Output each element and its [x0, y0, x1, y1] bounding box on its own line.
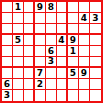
sudoku-cell-r4c9[interactable] — [90, 35, 101, 46]
sudoku-cell-r3c1[interactable] — [2, 24, 13, 35]
sudoku-cell-r2c2[interactable] — [13, 13, 24, 24]
sudoku-cell-r1c4[interactable]: 9 — [35, 2, 46, 13]
sudoku-cell-r6c9[interactable] — [90, 57, 101, 68]
sudoku-cell-r3c9[interactable] — [90, 24, 101, 35]
sudoku-cell-r5c7[interactable]: 1 — [68, 46, 79, 57]
sudoku-cell-r5c8[interactable] — [79, 46, 90, 57]
sudoku-cell-r2c3[interactable] — [24, 13, 35, 24]
sudoku-cell-r9c3[interactable] — [24, 90, 35, 101]
sudoku-cell-r4c3[interactable] — [24, 35, 35, 46]
given-digit: 3 — [48, 57, 54, 66]
given-digit: 4 — [81, 14, 87, 23]
sudoku-cell-r9c2[interactable] — [13, 90, 24, 101]
sudoku-cell-r4c7[interactable]: 9 — [68, 35, 79, 46]
sudoku-cell-r9c9[interactable] — [90, 90, 101, 101]
sudoku-cell-r9c8[interactable] — [79, 90, 90, 101]
sudoku-cell-r5c6[interactable] — [57, 46, 68, 57]
sudoku-cell-r1c9[interactable] — [90, 2, 101, 13]
sudoku-cell-r8c2[interactable] — [13, 79, 24, 90]
sudoku-cell-r7c2[interactable] — [13, 68, 24, 79]
sudoku-cell-r5c1[interactable] — [2, 46, 13, 57]
sudoku-cell-r1c2[interactable]: 1 — [13, 2, 24, 13]
given-digit: 1 — [15, 3, 21, 12]
sudoku-cell-r9c7[interactable] — [68, 90, 79, 101]
sudoku-cell-r2c5[interactable] — [46, 13, 57, 24]
sudoku-cell-r4c2[interactable]: 5 — [13, 35, 24, 46]
given-digit: 9 — [81, 69, 87, 78]
sudoku-cell-r2c6[interactable] — [57, 13, 68, 24]
sudoku-cell-r3c4[interactable] — [35, 24, 46, 35]
given-digit: 3 — [4, 91, 10, 100]
sudoku-cell-r9c1[interactable]: 3 — [2, 90, 13, 101]
given-digit: 1 — [70, 47, 76, 56]
sudoku-cell-r4c5[interactable] — [46, 35, 57, 46]
sudoku-cell-r5c4[interactable] — [35, 46, 46, 57]
sudoku-cell-r6c7[interactable] — [68, 57, 79, 68]
sudoku-cell-r3c6[interactable] — [57, 24, 68, 35]
given-digit: 4 — [58, 36, 64, 45]
sudoku-cell-r7c4[interactable]: 7 — [35, 68, 46, 79]
sudoku-cell-r2c9[interactable]: 3 — [90, 13, 101, 24]
sudoku-cell-r8c9[interactable] — [90, 79, 101, 90]
sudoku-cell-r6c3[interactable] — [24, 57, 35, 68]
sudoku-cell-r8c7[interactable] — [68, 79, 79, 90]
sudoku-cell-r6c4[interactable] — [35, 57, 46, 68]
sudoku-cell-r3c2[interactable] — [13, 24, 24, 35]
sudoku-cell-r1c7[interactable] — [68, 2, 79, 13]
sudoku-cell-r4c6[interactable]: 4 — [57, 35, 68, 46]
sudoku-cell-r6c8[interactable] — [79, 57, 90, 68]
given-digit: 8 — [48, 3, 54, 12]
sudoku-cell-r5c9[interactable] — [90, 46, 101, 57]
sudoku-cell-r6c6[interactable] — [57, 57, 68, 68]
sudoku-cell-r1c1[interactable] — [2, 2, 13, 13]
sudoku-cell-r6c1[interactable] — [2, 57, 13, 68]
sudoku-cell-r7c7[interactable]: 5 — [68, 68, 79, 79]
sudoku-cell-r1c5[interactable]: 8 — [46, 2, 57, 13]
sudoku-cell-r1c6[interactable] — [57, 2, 68, 13]
sudoku-cell-r7c6[interactable] — [57, 68, 68, 79]
sudoku-cell-r2c8[interactable]: 4 — [79, 13, 90, 24]
sudoku-cell-r8c1[interactable]: 6 — [2, 79, 13, 90]
sudoku-cell-r2c1[interactable] — [2, 13, 13, 24]
sudoku-cell-r7c5[interactable] — [46, 68, 57, 79]
sudoku-cell-r9c5[interactable] — [46, 90, 57, 101]
sudoku-cell-r8c8[interactable] — [79, 79, 90, 90]
sudoku-cell-r2c4[interactable] — [35, 13, 46, 24]
sudoku-cell-r6c5[interactable]: 3 — [46, 57, 57, 68]
given-digit: 3 — [92, 14, 98, 23]
sudoku-cell-r4c1[interactable] — [2, 35, 13, 46]
sudoku-cell-r4c8[interactable] — [79, 35, 90, 46]
sudoku-cell-r3c3[interactable] — [24, 24, 35, 35]
sudoku-cell-r3c8[interactable] — [79, 24, 90, 35]
sudoku-cell-r8c4[interactable]: 2 — [35, 79, 46, 90]
sudoku-cell-r8c6[interactable] — [57, 79, 68, 90]
given-digit: 6 — [48, 47, 54, 56]
sudoku-cell-r5c2[interactable] — [13, 46, 24, 57]
sudoku-cell-r1c3[interactable] — [24, 2, 35, 13]
given-digit: 5 — [15, 36, 21, 45]
sudoku-cell-r3c7[interactable] — [68, 24, 79, 35]
sudoku-cell-r9c4[interactable] — [35, 90, 46, 101]
sudoku-cell-r6c2[interactable] — [13, 57, 24, 68]
given-digit: 6 — [4, 80, 10, 89]
given-digit: 7 — [37, 69, 43, 78]
sudoku-cell-r3c5[interactable] — [46, 24, 57, 35]
sudoku-cell-r8c5[interactable] — [46, 79, 57, 90]
sudoku-cell-r7c8[interactable]: 9 — [79, 68, 90, 79]
given-digit: 5 — [70, 69, 76, 78]
sudoku-cell-r7c9[interactable] — [90, 68, 101, 79]
sudoku-cell-r9c6[interactable] — [57, 90, 68, 101]
sudoku-cell-r7c1[interactable] — [2, 68, 13, 79]
sudoku-cell-r7c3[interactable] — [24, 68, 35, 79]
given-digit: 9 — [70, 36, 76, 45]
given-digit: 9 — [37, 3, 43, 12]
sudoku-cell-r5c3[interactable] — [24, 46, 35, 57]
given-digit: 2 — [37, 80, 43, 89]
sudoku-cell-r8c3[interactable] — [24, 79, 35, 90]
sudoku-cell-r1c8[interactable] — [79, 2, 90, 13]
sudoku-cell-r4c4[interactable] — [35, 35, 46, 46]
sudoku-cell-r2c7[interactable] — [68, 13, 79, 24]
sudoku-board: 19843549613759623 — [0, 0, 103, 103]
